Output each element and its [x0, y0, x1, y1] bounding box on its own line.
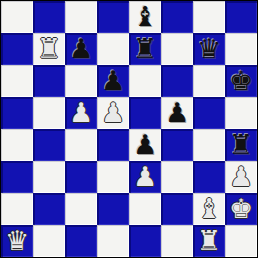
- piece-black-queen-g7[interactable]: ♛: [197, 33, 221, 65]
- piece-white-bishop-g2[interactable]: ♝: [197, 193, 221, 225]
- square-h5[interactable]: [225, 97, 257, 129]
- square-b1[interactable]: [33, 225, 65, 257]
- square-c1[interactable]: [65, 225, 97, 257]
- square-b7[interactable]: ♜: [33, 33, 65, 65]
- square-h7[interactable]: [225, 33, 257, 65]
- piece-black-pawn-c7[interactable]: ♟: [69, 33, 93, 65]
- square-b2[interactable]: [33, 193, 65, 225]
- square-d7[interactable]: [97, 33, 129, 65]
- square-c4[interactable]: [65, 129, 97, 161]
- square-a5[interactable]: [1, 97, 33, 129]
- square-g5[interactable]: [193, 97, 225, 129]
- piece-white-pawn-d5[interactable]: ♟: [101, 97, 125, 129]
- piece-black-king-h6[interactable]: ♚: [229, 65, 253, 97]
- square-a1[interactable]: ♛: [1, 225, 33, 257]
- square-g6[interactable]: [193, 65, 225, 97]
- square-c2[interactable]: [65, 193, 97, 225]
- square-b6[interactable]: [33, 65, 65, 97]
- square-g2[interactable]: ♝: [193, 193, 225, 225]
- square-d5[interactable]: ♟: [97, 97, 129, 129]
- square-a4[interactable]: [1, 129, 33, 161]
- square-e6[interactable]: [129, 65, 161, 97]
- square-c3[interactable]: [65, 161, 97, 193]
- square-g7[interactable]: ♛: [193, 33, 225, 65]
- square-f4[interactable]: [161, 129, 193, 161]
- square-d8[interactable]: [97, 1, 129, 33]
- square-e5[interactable]: [129, 97, 161, 129]
- square-e3[interactable]: ♟: [129, 161, 161, 193]
- piece-white-king-h2[interactable]: ♚: [229, 193, 253, 225]
- piece-white-pawn-h3[interactable]: ♟: [229, 161, 253, 193]
- square-c8[interactable]: [65, 1, 97, 33]
- square-d1[interactable]: [97, 225, 129, 257]
- square-f8[interactable]: [161, 1, 193, 33]
- square-a2[interactable]: [1, 193, 33, 225]
- square-g1[interactable]: ♜: [193, 225, 225, 257]
- square-g4[interactable]: [193, 129, 225, 161]
- square-h3[interactable]: ♟: [225, 161, 257, 193]
- square-f7[interactable]: [161, 33, 193, 65]
- square-d6[interactable]: ♟: [97, 65, 129, 97]
- square-b5[interactable]: [33, 97, 65, 129]
- square-h4[interactable]: ♜: [225, 129, 257, 161]
- piece-white-rook-g1[interactable]: ♜: [197, 225, 221, 257]
- square-g3[interactable]: [193, 161, 225, 193]
- square-a6[interactable]: [1, 65, 33, 97]
- square-e2[interactable]: [129, 193, 161, 225]
- square-f5[interactable]: ♟: [161, 97, 193, 129]
- piece-black-pawn-d6[interactable]: ♟: [101, 65, 125, 97]
- square-e4[interactable]: ♟: [129, 129, 161, 161]
- piece-white-queen-a1[interactable]: ♛: [5, 225, 29, 257]
- square-b4[interactable]: [33, 129, 65, 161]
- piece-black-bishop-e8[interactable]: ♝: [133, 1, 157, 33]
- piece-white-rook-b7[interactable]: ♜: [37, 33, 61, 65]
- square-c7[interactable]: ♟: [65, 33, 97, 65]
- square-h8[interactable]: [225, 1, 257, 33]
- square-b8[interactable]: [33, 1, 65, 33]
- piece-white-pawn-e3[interactable]: ♟: [133, 161, 157, 193]
- square-e8[interactable]: ♝: [129, 1, 161, 33]
- piece-black-pawn-e4[interactable]: ♟: [133, 129, 157, 161]
- square-c6[interactable]: [65, 65, 97, 97]
- piece-white-pawn-c5[interactable]: ♟: [69, 97, 93, 129]
- square-e1[interactable]: [129, 225, 161, 257]
- board-frame: ♝♜♟♜♛♟♚♟♟♟♟♜♟♟♝♚♛♜: [0, 0, 258, 258]
- chess-board: ♝♜♟♜♛♟♚♟♟♟♟♜♟♟♝♚♛♜: [1, 1, 257, 257]
- piece-black-rook-h4[interactable]: ♜: [229, 129, 253, 161]
- square-f3[interactable]: [161, 161, 193, 193]
- square-d4[interactable]: [97, 129, 129, 161]
- square-b3[interactable]: [33, 161, 65, 193]
- square-c5[interactable]: ♟: [65, 97, 97, 129]
- piece-black-pawn-f5[interactable]: ♟: [165, 97, 189, 129]
- square-h2[interactable]: ♚: [225, 193, 257, 225]
- square-a3[interactable]: [1, 161, 33, 193]
- square-f6[interactable]: [161, 65, 193, 97]
- square-h6[interactable]: ♚: [225, 65, 257, 97]
- square-a8[interactable]: [1, 1, 33, 33]
- square-e7[interactable]: ♜: [129, 33, 161, 65]
- square-f2[interactable]: [161, 193, 193, 225]
- piece-black-rook-e7[interactable]: ♜: [133, 33, 157, 65]
- square-a7[interactable]: [1, 33, 33, 65]
- square-d2[interactable]: [97, 193, 129, 225]
- square-f1[interactable]: [161, 225, 193, 257]
- square-h1[interactable]: [225, 225, 257, 257]
- square-d3[interactable]: [97, 161, 129, 193]
- square-g8[interactable]: [193, 1, 225, 33]
